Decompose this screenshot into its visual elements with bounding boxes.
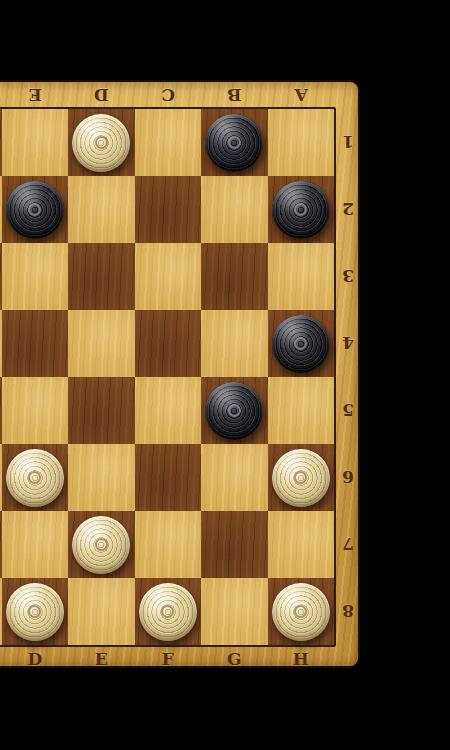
board-frame: HGFEDCBA ABCDEFGH 12345678 12345678 ⛀⛂⛂⛂… — [0, 80, 360, 668]
square-h8[interactable]: ⛀ — [268, 578, 335, 645]
square-f6[interactable] — [135, 444, 202, 511]
square-g7[interactable] — [201, 511, 268, 578]
file-label-top-b: B — [201, 84, 268, 107]
rank-label-right-7: 7 — [336, 511, 360, 578]
square-f8[interactable]: ⛀ — [135, 578, 202, 645]
rank-labels-right: 12345678 — [336, 109, 360, 645]
square-d1[interactable] — [2, 109, 69, 176]
square-f5[interactable] — [135, 377, 202, 444]
square-h2[interactable]: ⛂ — [268, 176, 335, 243]
square-d2[interactable]: ⛂ — [2, 176, 69, 243]
square-f3[interactable] — [135, 243, 202, 310]
square-h7[interactable] — [268, 511, 335, 578]
square-g3[interactable] — [201, 243, 268, 310]
square-h5[interactable] — [268, 377, 335, 444]
square-h3[interactable] — [268, 243, 335, 310]
square-e4[interactable] — [68, 310, 135, 377]
dark-man-g1[interactable]: ⛂ — [205, 114, 263, 172]
rank-label-right-3: 3 — [336, 243, 360, 310]
rank-label-right-1: 1 — [336, 109, 360, 176]
dark-man-h2[interactable]: ⛂ — [272, 181, 330, 239]
file-label-top-d: D — [68, 84, 135, 107]
square-e6[interactable] — [68, 444, 135, 511]
file-labels-bottom: ABCDEFGH — [0, 649, 334, 668]
light-man-d6[interactable]: ⛀ — [6, 449, 64, 507]
square-h1[interactable] — [268, 109, 335, 176]
square-h6[interactable]: ⛀ — [268, 444, 335, 511]
file-label-bottom-d: D — [2, 649, 69, 669]
light-man-e1[interactable]: ⛀ — [72, 114, 130, 172]
dark-man-g5[interactable]: ⛂ — [205, 382, 263, 440]
square-d7[interactable] — [2, 511, 69, 578]
file-label-top-c: C — [135, 84, 202, 107]
square-e5[interactable] — [68, 377, 135, 444]
light-man-h8[interactable]: ⛀ — [272, 583, 330, 641]
file-labels-top: HGFEDCBA — [0, 84, 334, 107]
square-f2[interactable] — [135, 176, 202, 243]
file-label-bottom-g: G — [201, 649, 268, 669]
square-d3[interactable] — [2, 243, 69, 310]
checkers-board: HGFEDCBA ABCDEFGH 12345678 12345678 ⛀⛂⛂⛂… — [0, 80, 360, 668]
square-e8[interactable] — [68, 578, 135, 645]
light-man-d8[interactable]: ⛀ — [6, 583, 64, 641]
checkers-app-screen: HGFEDCBA ABCDEFGH 12345678 12345678 ⛀⛂⛂⛂… — [0, 0, 450, 750]
file-label-bottom-e: E — [68, 649, 135, 669]
square-e7[interactable]: ⛀ — [68, 511, 135, 578]
square-g6[interactable] — [201, 444, 268, 511]
square-e3[interactable] — [68, 243, 135, 310]
file-label-top-a: A — [268, 84, 335, 107]
file-label-bottom-h: H — [268, 649, 335, 669]
file-label-bottom-f: F — [135, 649, 202, 669]
square-d4[interactable] — [2, 310, 69, 377]
square-d5[interactable] — [2, 377, 69, 444]
square-h4[interactable]: ⛂ — [268, 310, 335, 377]
square-g8[interactable] — [201, 578, 268, 645]
square-f4[interactable] — [135, 310, 202, 377]
square-f7[interactable] — [135, 511, 202, 578]
rank-label-right-8: 8 — [336, 578, 360, 645]
light-man-h6[interactable]: ⛀ — [272, 449, 330, 507]
file-label-top-e: E — [2, 84, 69, 107]
square-g1[interactable]: ⛂ — [201, 109, 268, 176]
rank-label-right-6: 6 — [336, 444, 360, 511]
light-man-e7[interactable]: ⛀ — [72, 516, 130, 574]
dark-man-h4[interactable]: ⛂ — [272, 315, 330, 373]
square-e2[interactable] — [68, 176, 135, 243]
rank-label-right-2: 2 — [336, 176, 360, 243]
square-e1[interactable]: ⛀ — [68, 109, 135, 176]
square-g4[interactable] — [201, 310, 268, 377]
square-d8[interactable]: ⛀ — [2, 578, 69, 645]
rank-label-right-5: 5 — [336, 377, 360, 444]
dark-man-d2[interactable]: ⛂ — [6, 181, 64, 239]
light-man-f8[interactable]: ⛀ — [139, 583, 197, 641]
board-grid: ⛀⛂⛂⛂⛂⛂⛀⛀⛀⛀⛀⛀ — [0, 107, 336, 647]
square-g2[interactable] — [201, 176, 268, 243]
square-f1[interactable] — [135, 109, 202, 176]
rank-label-right-4: 4 — [336, 310, 360, 377]
square-d6[interactable]: ⛀ — [2, 444, 69, 511]
square-g5[interactable]: ⛂ — [201, 377, 268, 444]
